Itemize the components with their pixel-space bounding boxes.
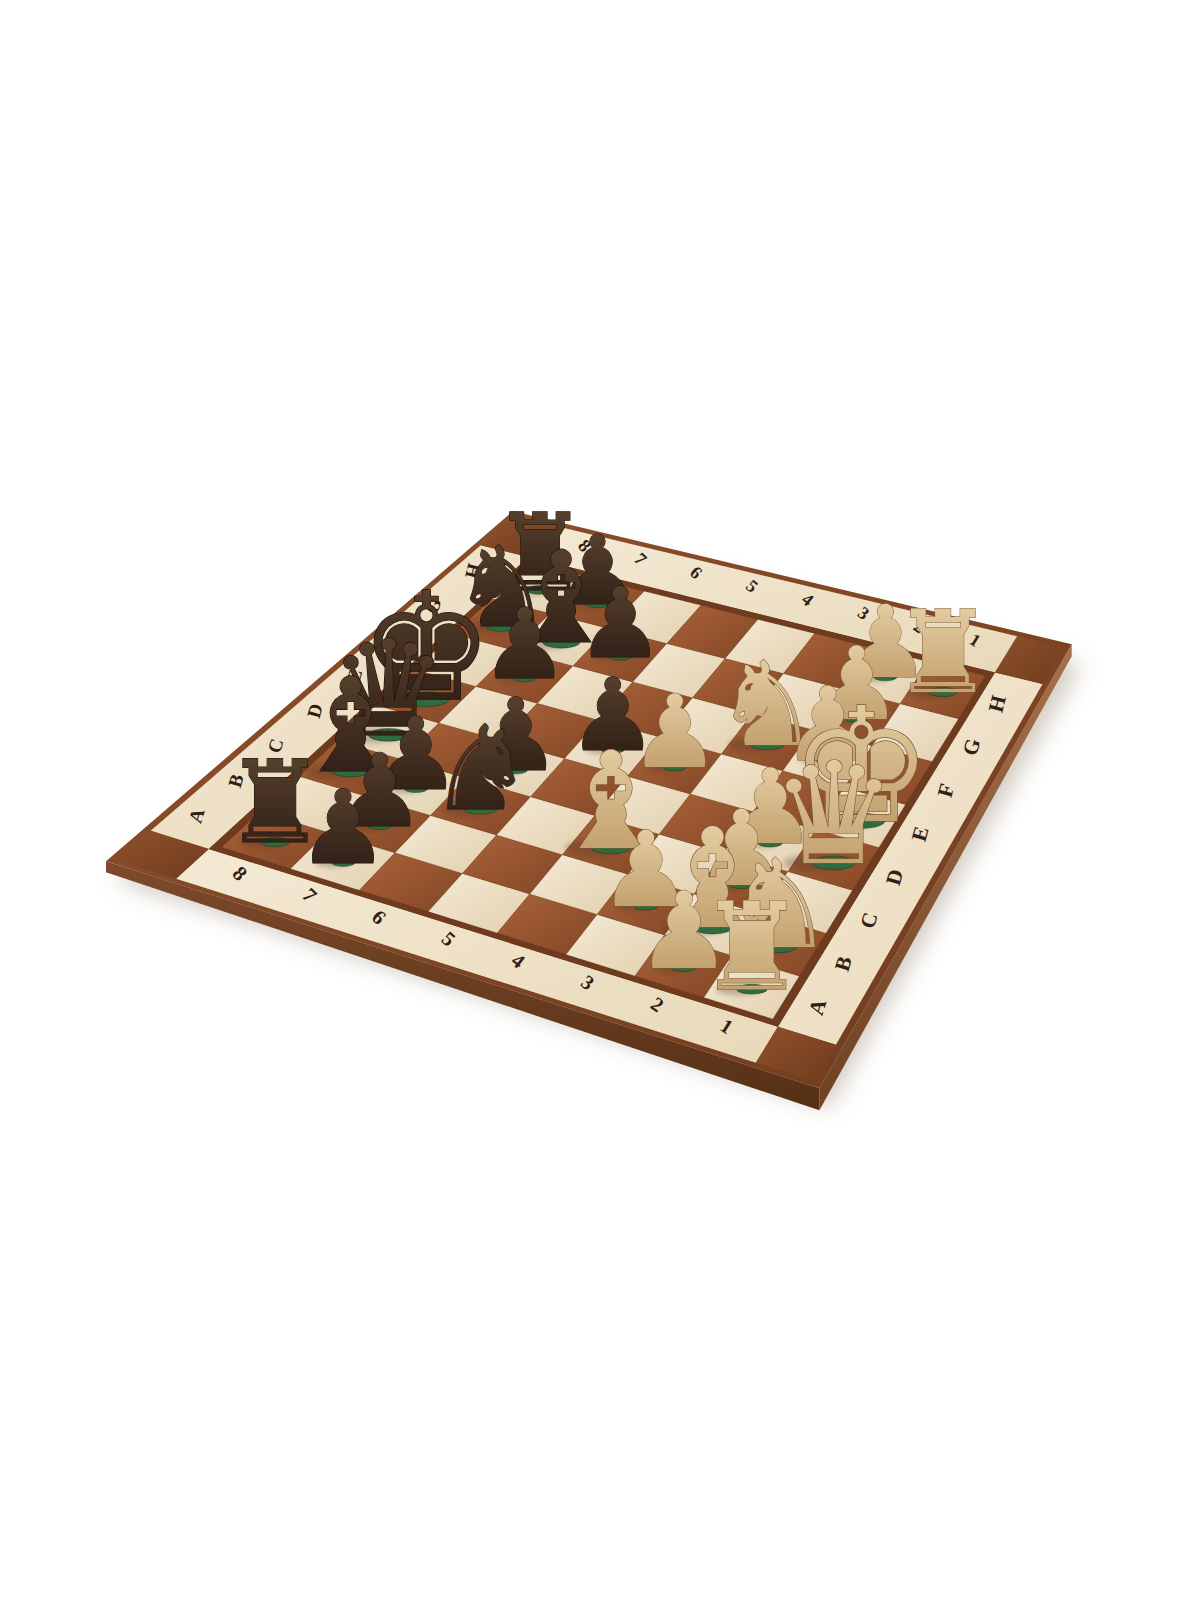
piece-white-rook-a1[interactable]: ♜ — [698, 876, 807, 1018]
piece-black-pawn-a7[interactable]: ♟ — [297, 768, 389, 887]
white-rook-glyph: ♜ — [698, 876, 807, 1018]
chessboard-photo: AABBCCDDEEFFGGHH1122334455667788♜♟♞♝♟♟♟♜… — [0, 0, 1200, 1600]
product-photo-page: AABBCCDDEEFFGGHH1122334455667788♜♟♞♝♟♟♟♜… — [0, 0, 1200, 1600]
piece-black-knight-c6[interactable]: ♞ — [428, 700, 533, 837]
black-pawn-glyph: ♟ — [297, 768, 389, 887]
black-knight-glyph: ♞ — [428, 700, 533, 837]
